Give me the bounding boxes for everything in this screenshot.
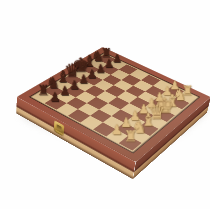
product-photo: ♜♞♝♚♛♝♞♜♟♟♟♟♟♟♟♟♟♟♟♟♟♟♟♟♜♞♝♚♛♝♞♜ [0,0,210,209]
camera-roll-wrapper: ♜♞♝♚♛♝♞♜♟♟♟♟♟♟♟♟♟♟♟♟♟♟♟♟♜♞♝♚♛♝♞♜ [0,0,210,209]
white-rook: ♜ [119,114,141,143]
black-pawn: ♟ [45,76,66,103]
brass-clasp-icon [54,120,65,136]
chess-board: ♜♞♝♚♛♝♞♜♟♟♟♟♟♟♟♟♟♟♟♟♟♟♟♟♜♞♝♚♛♝♞♜ [17,47,210,162]
scene-3d: ♜♞♝♚♛♝♞♜♟♟♟♟♟♟♟♟♟♟♟♟♟♟♟♟♜♞♝♚♛♝♞♜ [0,0,210,209]
